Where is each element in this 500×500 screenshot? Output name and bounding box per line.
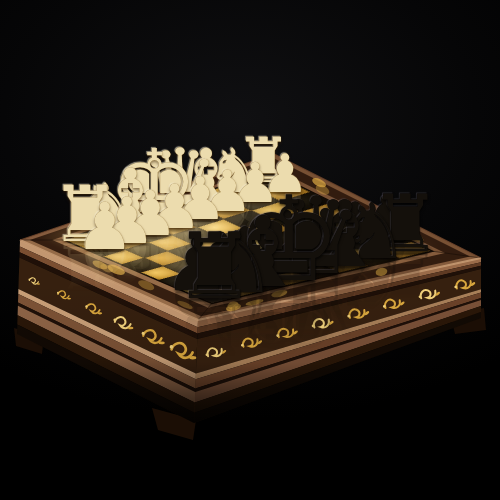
piece-black-rook-h8[interactable]: ♜ xyxy=(174,212,256,321)
piece-layer: ♜♜♞♞♝♝♛♛♚♚♝♝♞♞♜♜♟♟♟♟♟♟♟♟♟♟♟♟♟♟♟♟♟♟♟♟♟♟♟♟… xyxy=(0,0,500,500)
piece-white-pawn-h2[interactable]: ♟ xyxy=(75,188,133,266)
chess-photo-scene: ♜♜♞♞♝♝♛♛♚♚♝♝♞♞♜♜♟♟♟♟♟♟♟♟♟♟♟♟♟♟♟♟♟♟♟♟♟♟♟♟… xyxy=(0,0,500,500)
